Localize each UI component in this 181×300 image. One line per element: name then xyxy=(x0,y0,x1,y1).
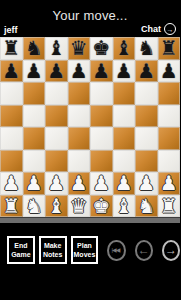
white-king: ♚ xyxy=(92,195,110,217)
square-g1[interactable]: ♞ xyxy=(135,195,158,218)
square-b7[interactable]: ♟ xyxy=(23,60,46,83)
square-d5[interactable] xyxy=(68,105,91,128)
square-g4[interactable] xyxy=(135,127,158,150)
square-c4[interactable] xyxy=(45,127,68,150)
white-pawn: ♟ xyxy=(70,172,88,194)
square-a8[interactable]: ♜ xyxy=(0,37,23,60)
square-e8[interactable]: ♚ xyxy=(90,37,113,60)
square-f6[interactable] xyxy=(113,82,136,105)
end-game-button[interactable]: End Game xyxy=(7,236,35,264)
square-h7[interactable]: ♟ xyxy=(158,60,181,83)
toolbar: End Game Make Notes Plan Moves |◀◀ ← → xyxy=(0,236,180,264)
square-c3[interactable] xyxy=(45,150,68,173)
square-g6[interactable] xyxy=(135,82,158,105)
white-pawn: ♟ xyxy=(2,172,20,194)
black-queen: ♛ xyxy=(70,37,88,59)
square-h3[interactable] xyxy=(158,150,181,173)
black-bishop: ♝ xyxy=(115,37,133,59)
square-b5[interactable] xyxy=(23,105,46,128)
square-h6[interactable] xyxy=(158,82,181,105)
square-b2[interactable]: ♟ xyxy=(23,172,46,195)
plan-moves-button[interactable]: Plan Moves xyxy=(71,236,99,264)
square-f1[interactable]: ♝ xyxy=(113,195,136,218)
white-pawn: ♟ xyxy=(25,172,43,194)
square-b4[interactable] xyxy=(23,127,46,150)
square-h8[interactable]: ♜ xyxy=(158,37,181,60)
square-a6[interactable] xyxy=(0,82,23,105)
subheader: jeff Chat → xyxy=(0,23,180,36)
player-name: jeff xyxy=(4,25,18,35)
square-c7[interactable]: ♟ xyxy=(45,60,68,83)
square-a1[interactable]: ♜ xyxy=(0,195,23,218)
black-knight: ♞ xyxy=(25,37,43,59)
square-c5[interactable] xyxy=(45,105,68,128)
board-base-bar xyxy=(0,217,180,223)
chat-label: Chat xyxy=(141,24,161,34)
black-pawn: ♟ xyxy=(115,60,133,82)
black-pawn: ♟ xyxy=(47,60,65,82)
square-b6[interactable] xyxy=(23,82,46,105)
black-pawn: ♟ xyxy=(160,60,178,82)
chess-board: ♜♞♝♛♚♝♞♜♟♟♟♟♟♟♟♟♟♟♟♟♟♟♟♟♜♞♝♛♚♝♞♜ xyxy=(0,37,180,217)
square-a5[interactable] xyxy=(0,105,23,128)
white-rook: ♜ xyxy=(160,195,178,217)
square-a7[interactable]: ♟ xyxy=(0,60,23,83)
square-e2[interactable]: ♟ xyxy=(90,172,113,195)
white-bishop: ♝ xyxy=(115,195,133,217)
skip-to-start-button[interactable]: |◀◀ xyxy=(107,240,125,261)
black-pawn: ♟ xyxy=(70,60,88,82)
square-f5[interactable] xyxy=(113,105,136,128)
black-bishop: ♝ xyxy=(47,37,65,59)
square-g5[interactable] xyxy=(135,105,158,128)
square-d8[interactable]: ♛ xyxy=(68,37,91,60)
square-g2[interactable]: ♟ xyxy=(135,172,158,195)
square-e4[interactable] xyxy=(90,127,113,150)
white-pawn: ♟ xyxy=(160,172,178,194)
black-rook: ♜ xyxy=(160,37,178,59)
square-d4[interactable] xyxy=(68,127,91,150)
square-e7[interactable]: ♟ xyxy=(90,60,113,83)
forward-button[interactable]: → xyxy=(162,240,180,261)
white-queen: ♛ xyxy=(70,195,88,217)
square-c1[interactable]: ♝ xyxy=(45,195,68,218)
make-notes-button[interactable]: Make Notes xyxy=(39,236,67,264)
square-b8[interactable]: ♞ xyxy=(23,37,46,60)
square-a2[interactable]: ♟ xyxy=(0,172,23,195)
forward-arrow-icon: → xyxy=(165,244,177,256)
square-e6[interactable] xyxy=(90,82,113,105)
white-pawn: ♟ xyxy=(115,172,133,194)
square-g8[interactable]: ♞ xyxy=(135,37,158,60)
white-pawn: ♟ xyxy=(47,172,65,194)
square-f7[interactable]: ♟ xyxy=(113,60,136,83)
white-rook: ♜ xyxy=(2,195,20,217)
black-rook: ♜ xyxy=(2,37,20,59)
chat-button[interactable]: Chat → xyxy=(141,23,176,35)
square-c8[interactable]: ♝ xyxy=(45,37,68,60)
square-e1[interactable]: ♚ xyxy=(90,195,113,218)
square-h1[interactable]: ♜ xyxy=(158,195,181,218)
square-f4[interactable] xyxy=(113,127,136,150)
black-knight: ♞ xyxy=(137,37,155,59)
square-d1[interactable]: ♛ xyxy=(68,195,91,218)
square-e5[interactable] xyxy=(90,105,113,128)
square-h5[interactable] xyxy=(158,105,181,128)
black-pawn: ♟ xyxy=(2,60,20,82)
black-king: ♚ xyxy=(92,37,110,59)
square-h2[interactable]: ♟ xyxy=(158,172,181,195)
square-d2[interactable]: ♟ xyxy=(68,172,91,195)
square-a3[interactable] xyxy=(0,150,23,173)
square-b1[interactable]: ♞ xyxy=(23,195,46,218)
square-f8[interactable]: ♝ xyxy=(113,37,136,60)
square-d3[interactable] xyxy=(68,150,91,173)
square-d7[interactable]: ♟ xyxy=(68,60,91,83)
square-a4[interactable] xyxy=(0,127,23,150)
square-h4[interactable] xyxy=(158,127,181,150)
skip-to-start-icon: |◀◀ xyxy=(112,247,120,253)
back-button[interactable]: ← xyxy=(135,240,153,261)
back-arrow-icon: ← xyxy=(138,244,150,256)
chat-arrow-icon: → xyxy=(164,23,176,35)
white-pawn: ♟ xyxy=(92,172,110,194)
square-c2[interactable]: ♟ xyxy=(45,172,68,195)
square-e3[interactable] xyxy=(90,150,113,173)
white-knight: ♞ xyxy=(25,195,43,217)
white-bishop: ♝ xyxy=(47,195,65,217)
square-f2[interactable]: ♟ xyxy=(113,172,136,195)
square-g3[interactable] xyxy=(135,150,158,173)
square-f3[interactable] xyxy=(113,150,136,173)
black-pawn: ♟ xyxy=(92,60,110,82)
black-pawn: ♟ xyxy=(137,60,155,82)
black-pawn: ♟ xyxy=(25,60,43,82)
square-c6[interactable] xyxy=(45,82,68,105)
page-title: Your move... xyxy=(0,0,180,23)
white-knight: ♞ xyxy=(137,195,155,217)
square-d6[interactable] xyxy=(68,82,91,105)
square-b3[interactable] xyxy=(23,150,46,173)
white-pawn: ♟ xyxy=(137,172,155,194)
square-g7[interactable]: ♟ xyxy=(135,60,158,83)
